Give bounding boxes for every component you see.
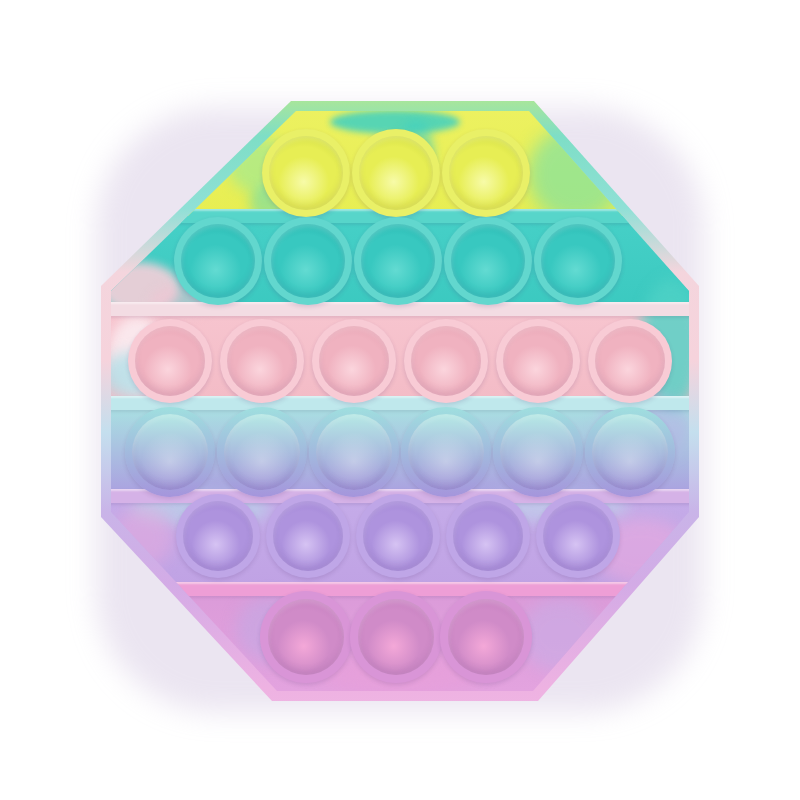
bubble-r5-c5[interactable]: [536, 494, 620, 578]
bubble-dome: [503, 326, 573, 396]
bubble-dome: [541, 224, 615, 298]
bubble-r5-c2[interactable]: [266, 494, 350, 578]
pop-it-board: [0, 0, 800, 800]
photo-background: [0, 0, 800, 800]
bubble-r2-c4[interactable]: [444, 217, 532, 305]
bubble-dome: [316, 414, 392, 490]
bubble-r3-c2[interactable]: [220, 319, 304, 403]
bubble-dome: [543, 501, 613, 571]
bubble-dome: [319, 326, 389, 396]
bubble-r2-c5[interactable]: [534, 217, 622, 305]
bubble-dome: [273, 501, 343, 571]
bubble-dome: [271, 224, 345, 298]
bubble-dome: [595, 326, 665, 396]
bubble-dome: [183, 501, 253, 571]
bubble-dome: [449, 136, 523, 210]
bubble-dome: [358, 599, 434, 675]
bubble-r4-c4[interactable]: [401, 407, 491, 497]
bubble-r4-c6[interactable]: [585, 407, 675, 497]
bubble-r3-c4[interactable]: [404, 319, 488, 403]
bubble-dome: [132, 414, 208, 490]
bubble-r4-c3[interactable]: [309, 407, 399, 497]
bubble-r6-c2[interactable]: [350, 591, 442, 683]
bubble-r3-c6[interactable]: [588, 319, 672, 403]
bubble-dome: [453, 501, 523, 571]
bubble-r5-c1[interactable]: [176, 494, 260, 578]
bubble-r5-c4[interactable]: [446, 494, 530, 578]
bubble-dome: [500, 414, 576, 490]
bubble-dome: [448, 599, 524, 675]
bubble-r1-c1[interactable]: [262, 129, 350, 217]
bubble-r6-c3[interactable]: [440, 591, 532, 683]
bubble-dome: [181, 224, 255, 298]
bubble-r4-c2[interactable]: [217, 407, 307, 497]
bubble-r2-c2[interactable]: [264, 217, 352, 305]
bubble-dome: [592, 414, 668, 490]
bubble-r5-c3[interactable]: [356, 494, 440, 578]
bubble-dome: [451, 224, 525, 298]
bubble-dome: [269, 136, 343, 210]
bubble-r4-c1[interactable]: [125, 407, 215, 497]
bubble-r1-c3[interactable]: [442, 129, 530, 217]
bubble-dome: [224, 414, 300, 490]
bubble-dome: [359, 136, 433, 210]
bubble-dome: [363, 501, 433, 571]
bubble-dome: [408, 414, 484, 490]
bubble-r6-c1[interactable]: [260, 591, 352, 683]
bubble-dome: [361, 224, 435, 298]
bubble-r2-c1[interactable]: [174, 217, 262, 305]
bubble-r3-c5[interactable]: [496, 319, 580, 403]
bubble-dome: [411, 326, 481, 396]
bubble-r2-c3[interactable]: [354, 217, 442, 305]
bubble-r3-c3[interactable]: [312, 319, 396, 403]
bubble-dome: [135, 326, 205, 396]
bubble-r1-c2[interactable]: [352, 129, 440, 217]
bubble-r3-c1[interactable]: [128, 319, 212, 403]
bubble-dome: [227, 326, 297, 396]
bubble-r4-c5[interactable]: [493, 407, 583, 497]
bubble-dome: [268, 599, 344, 675]
